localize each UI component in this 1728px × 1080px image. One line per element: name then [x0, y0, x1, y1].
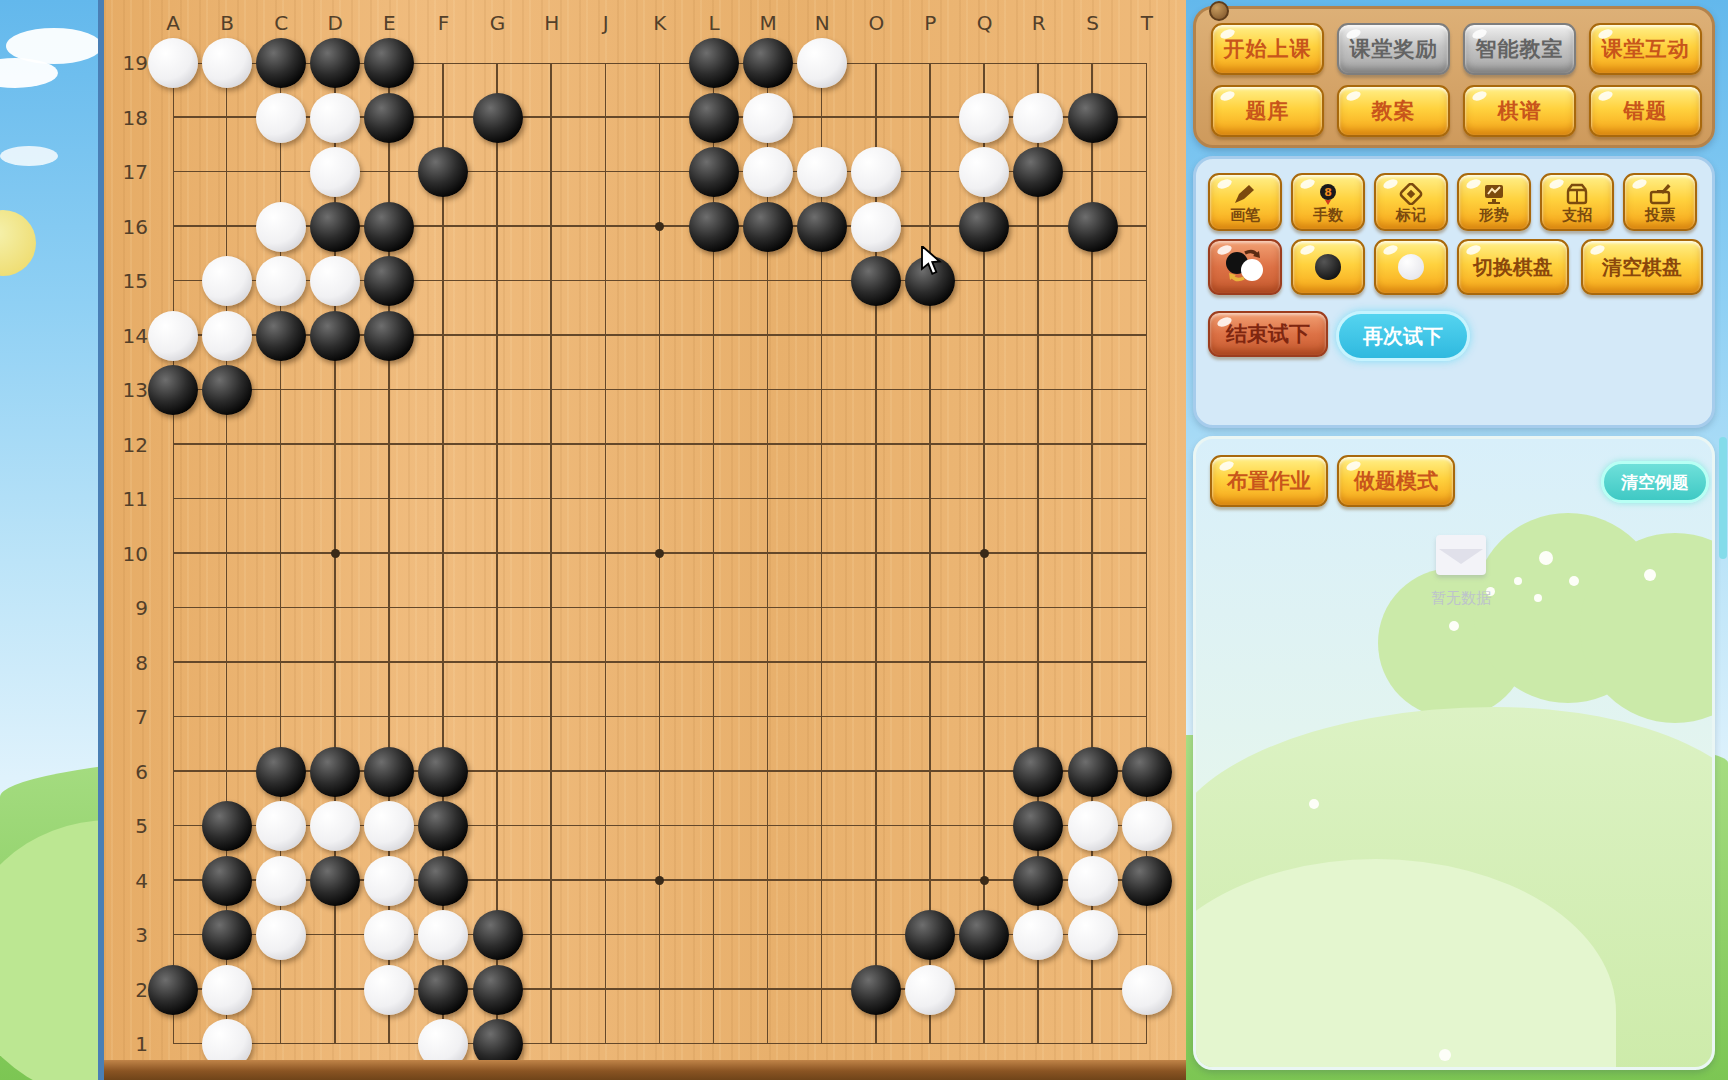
- board-cell-T12[interactable]: [1120, 417, 1174, 472]
- board-cell-J19[interactable]: [579, 36, 633, 91]
- board-cell-N10[interactable]: [795, 526, 849, 581]
- board-cell-N9[interactable]: [795, 581, 849, 636]
- board-cell-A15[interactable]: [146, 254, 200, 309]
- board-cell-E4[interactable]: [362, 853, 416, 908]
- board-cell-P6[interactable]: [903, 744, 957, 799]
- board-cell-J18[interactable]: [579, 90, 633, 145]
- board-cell-T17[interactable]: [1120, 145, 1174, 200]
- board-cell-H6[interactable]: [525, 744, 579, 799]
- board-cell-S3[interactable]: [1066, 908, 1120, 963]
- board-cell-C6[interactable]: [254, 744, 308, 799]
- board-cell-Q3[interactable]: [957, 908, 1011, 963]
- territory-tool-button[interactable]: 形势: [1457, 173, 1531, 231]
- board-cell-F12[interactable]: [416, 417, 470, 472]
- board-cell-M14[interactable]: [741, 308, 795, 363]
- board-cell-B10[interactable]: [200, 526, 254, 581]
- board-cell-T2[interactable]: [1120, 962, 1174, 1017]
- board-cell-Q17[interactable]: [957, 145, 1011, 200]
- board-cell-A13[interactable]: [146, 363, 200, 418]
- board-cell-K18[interactable]: [633, 90, 687, 145]
- board-cell-E6[interactable]: [362, 744, 416, 799]
- board-cell-G7[interactable]: [471, 690, 525, 745]
- board-cell-H16[interactable]: [525, 199, 579, 254]
- board-cell-L6[interactable]: [687, 744, 741, 799]
- brush-tool-button[interactable]: 画笔: [1208, 173, 1282, 231]
- board-cell-O17[interactable]: [849, 145, 903, 200]
- board-cell-M13[interactable]: [741, 363, 795, 418]
- board-cell-B18[interactable]: [200, 90, 254, 145]
- board-cell-H4[interactable]: [525, 853, 579, 908]
- board-cell-O4[interactable]: [849, 853, 903, 908]
- board-cell-E13[interactable]: [362, 363, 416, 418]
- board-cell-N7[interactable]: [795, 690, 849, 745]
- board-cell-M6[interactable]: [741, 744, 795, 799]
- board-cell-D5[interactable]: [308, 799, 362, 854]
- board-cell-E9[interactable]: [362, 581, 416, 636]
- board-cell-S18[interactable]: [1066, 90, 1120, 145]
- board-cell-E14[interactable]: [362, 308, 416, 363]
- board-cell-L16[interactable]: [687, 199, 741, 254]
- board-cell-G10[interactable]: [471, 526, 525, 581]
- board-cell-Q2[interactable]: [957, 962, 1011, 1017]
- board-cell-A18[interactable]: [146, 90, 200, 145]
- board-cell-F11[interactable]: [416, 472, 470, 527]
- board-cell-J2[interactable]: [579, 962, 633, 1017]
- board-cell-D7[interactable]: [308, 690, 362, 745]
- board-cell-R11[interactable]: [1011, 472, 1065, 527]
- board-cell-P13[interactable]: [903, 363, 957, 418]
- board-cell-R19[interactable]: [1011, 36, 1065, 91]
- board-cell-M5[interactable]: [741, 799, 795, 854]
- board-cell-K8[interactable]: [633, 635, 687, 690]
- board-cell-R17[interactable]: [1011, 145, 1065, 200]
- board-cell-H8[interactable]: [525, 635, 579, 690]
- board-cell-H10[interactable]: [525, 526, 579, 581]
- board-cell-P4[interactable]: [903, 853, 957, 908]
- board-cell-G15[interactable]: [471, 254, 525, 309]
- board-cell-T5[interactable]: [1120, 799, 1174, 854]
- board-cell-D17[interactable]: [308, 145, 362, 200]
- board-cell-G8[interactable]: [471, 635, 525, 690]
- board-cell-D2[interactable]: [308, 962, 362, 1017]
- board-cell-O13[interactable]: [849, 363, 903, 418]
- board-cell-G9[interactable]: [471, 581, 525, 636]
- board-cell-R3[interactable]: [1011, 908, 1065, 963]
- board-cell-G6[interactable]: [471, 744, 525, 799]
- board-cell-A17[interactable]: [146, 145, 200, 200]
- board-cell-P2[interactable]: [903, 962, 957, 1017]
- board-cell-M3[interactable]: [741, 908, 795, 963]
- start-class-button[interactable]: 开始上课: [1211, 23, 1324, 75]
- board-cell-P7[interactable]: [903, 690, 957, 745]
- board-cell-F5[interactable]: [416, 799, 470, 854]
- board-cell-S15[interactable]: [1066, 254, 1120, 309]
- board-cell-L18[interactable]: [687, 90, 741, 145]
- board-cell-B2[interactable]: [200, 962, 254, 1017]
- board-cell-J11[interactable]: [579, 472, 633, 527]
- board-cell-S11[interactable]: [1066, 472, 1120, 527]
- board-cell-P14[interactable]: [903, 308, 957, 363]
- board-cell-S19[interactable]: [1066, 36, 1120, 91]
- board-cell-Q6[interactable]: [957, 744, 1011, 799]
- board-cell-O15[interactable]: [849, 254, 903, 309]
- retry-trial-button[interactable]: 再次试下: [1336, 311, 1470, 361]
- board-cell-G3[interactable]: [471, 908, 525, 963]
- board-cell-E2[interactable]: [362, 962, 416, 1017]
- board-cell-S10[interactable]: [1066, 526, 1120, 581]
- board-cell-S7[interactable]: [1066, 690, 1120, 745]
- board-cell-H11[interactable]: [525, 472, 579, 527]
- board-cell-T3[interactable]: [1120, 908, 1174, 963]
- board-cell-B15[interactable]: [200, 254, 254, 309]
- board-cell-L19[interactable]: [687, 36, 741, 91]
- board-cell-O10[interactable]: [849, 526, 903, 581]
- board-cell-P18[interactable]: [903, 90, 957, 145]
- board-cell-Q15[interactable]: [957, 254, 1011, 309]
- board-cell-F10[interactable]: [416, 526, 470, 581]
- board-cell-R9[interactable]: [1011, 581, 1065, 636]
- board-cell-K9[interactable]: [633, 581, 687, 636]
- board-cell-T8[interactable]: [1120, 635, 1174, 690]
- board-cell-F4[interactable]: [416, 853, 470, 908]
- board-cell-J8[interactable]: [579, 635, 633, 690]
- board-cell-M17[interactable]: [741, 145, 795, 200]
- board-cell-L13[interactable]: [687, 363, 741, 418]
- board-cell-F8[interactable]: [416, 635, 470, 690]
- board-cell-R12[interactable]: [1011, 417, 1065, 472]
- board-cell-M19[interactable]: [741, 36, 795, 91]
- board-cell-N6[interactable]: [795, 744, 849, 799]
- board-cell-L2[interactable]: [687, 962, 741, 1017]
- board-cell-D18[interactable]: [308, 90, 362, 145]
- clear-examples-button[interactable]: 清空例题: [1601, 461, 1709, 503]
- board-cell-S5[interactable]: [1066, 799, 1120, 854]
- board-cell-N11[interactable]: [795, 472, 849, 527]
- board-cell-O6[interactable]: [849, 744, 903, 799]
- board-cell-N8[interactable]: [795, 635, 849, 690]
- board-cell-J15[interactable]: [579, 254, 633, 309]
- board-cell-R7[interactable]: [1011, 690, 1065, 745]
- board-cell-D8[interactable]: [308, 635, 362, 690]
- board-cell-F16[interactable]: [416, 199, 470, 254]
- board-cell-O16[interactable]: [849, 199, 903, 254]
- board-cell-C14[interactable]: [254, 308, 308, 363]
- question-bank-button[interactable]: 题库: [1211, 85, 1324, 137]
- board-cell-O9[interactable]: [849, 581, 903, 636]
- board-cell-R10[interactable]: [1011, 526, 1065, 581]
- board-cell-A19[interactable]: [146, 36, 200, 91]
- board-cell-G2[interactable]: [471, 962, 525, 1017]
- board-cell-J12[interactable]: [579, 417, 633, 472]
- board-cell-F19[interactable]: [416, 36, 470, 91]
- board-cell-O2[interactable]: [849, 962, 903, 1017]
- board-cell-N16[interactable]: [795, 199, 849, 254]
- board-cell-E5[interactable]: [362, 799, 416, 854]
- board-cell-K6[interactable]: [633, 744, 687, 799]
- board-cell-K3[interactable]: [633, 908, 687, 963]
- board-cell-E17[interactable]: [362, 145, 416, 200]
- board-cell-D15[interactable]: [308, 254, 362, 309]
- board-cell-H13[interactable]: [525, 363, 579, 418]
- board-cell-D19[interactable]: [308, 36, 362, 91]
- board-cell-B14[interactable]: [200, 308, 254, 363]
- hint-tool-button[interactable]: 支招: [1540, 173, 1614, 231]
- board-cell-J4[interactable]: [579, 853, 633, 908]
- assign-homework-button[interactable]: 布置作业: [1210, 455, 1328, 507]
- board-cell-F18[interactable]: [416, 90, 470, 145]
- board-cell-T9[interactable]: [1120, 581, 1174, 636]
- board-cell-K5[interactable]: [633, 799, 687, 854]
- board-cell-P11[interactable]: [903, 472, 957, 527]
- board-cell-G16[interactable]: [471, 199, 525, 254]
- board-cell-G14[interactable]: [471, 308, 525, 363]
- board-cell-A2[interactable]: [146, 962, 200, 1017]
- board-cell-P9[interactable]: [903, 581, 957, 636]
- board-cell-L3[interactable]: [687, 908, 741, 963]
- board-cell-M2[interactable]: [741, 962, 795, 1017]
- alternate-stones-button[interactable]: [1208, 239, 1282, 295]
- board-cell-G5[interactable]: [471, 799, 525, 854]
- board-cell-T7[interactable]: [1120, 690, 1174, 745]
- board-cell-J17[interactable]: [579, 145, 633, 200]
- board-cell-Q8[interactable]: [957, 635, 1011, 690]
- board-cell-S16[interactable]: [1066, 199, 1120, 254]
- board-cell-B13[interactable]: [200, 363, 254, 418]
- board-cell-C8[interactable]: [254, 635, 308, 690]
- board-cell-Q14[interactable]: [957, 308, 1011, 363]
- board-cell-N18[interactable]: [795, 90, 849, 145]
- board-cell-G4[interactable]: [471, 853, 525, 908]
- board-cell-M16[interactable]: [741, 199, 795, 254]
- board-cell-K10[interactable]: [633, 526, 687, 581]
- board-cell-H19[interactable]: [525, 36, 579, 91]
- board-cell-K2[interactable]: [633, 962, 687, 1017]
- board-cell-J9[interactable]: [579, 581, 633, 636]
- board-cell-A9[interactable]: [146, 581, 200, 636]
- board-cell-S8[interactable]: [1066, 635, 1120, 690]
- board-cell-T19[interactable]: [1120, 36, 1174, 91]
- board-cell-C17[interactable]: [254, 145, 308, 200]
- board-cell-D13[interactable]: [308, 363, 362, 418]
- board-cell-R15[interactable]: [1011, 254, 1065, 309]
- board-cell-P3[interactable]: [903, 908, 957, 963]
- end-trial-button[interactable]: 结束试下: [1208, 311, 1328, 357]
- board-cell-C19[interactable]: [254, 36, 308, 91]
- board-cell-A4[interactable]: [146, 853, 200, 908]
- board-cell-M15[interactable]: [741, 254, 795, 309]
- black-stone-button[interactable]: [1291, 239, 1365, 295]
- board-cell-H2[interactable]: [525, 962, 579, 1017]
- board-cell-G18[interactable]: [471, 90, 525, 145]
- board-cell-B17[interactable]: [200, 145, 254, 200]
- board-cell-N17[interactable]: [795, 145, 849, 200]
- board-cell-C9[interactable]: [254, 581, 308, 636]
- board-cell-G19[interactable]: [471, 36, 525, 91]
- board-cell-F14[interactable]: [416, 308, 470, 363]
- board-cell-D6[interactable]: [308, 744, 362, 799]
- board-cell-T10[interactable]: [1120, 526, 1174, 581]
- board-cell-K15[interactable]: [633, 254, 687, 309]
- board-cell-F9[interactable]: [416, 581, 470, 636]
- board-cell-S2[interactable]: [1066, 962, 1120, 1017]
- board-cell-A14[interactable]: [146, 308, 200, 363]
- game-record-button[interactable]: 棋谱: [1463, 85, 1576, 137]
- board-cell-N19[interactable]: [795, 36, 849, 91]
- board-cell-L14[interactable]: [687, 308, 741, 363]
- board-cell-L8[interactable]: [687, 635, 741, 690]
- board-cell-R6[interactable]: [1011, 744, 1065, 799]
- board-cell-F3[interactable]: [416, 908, 470, 963]
- white-stone-button[interactable]: [1374, 239, 1448, 295]
- board-cell-R16[interactable]: [1011, 199, 1065, 254]
- board-cell-O5[interactable]: [849, 799, 903, 854]
- board-cell-N4[interactable]: [795, 853, 849, 908]
- board-cell-E8[interactable]: [362, 635, 416, 690]
- board-cell-R4[interactable]: [1011, 853, 1065, 908]
- board-cell-B19[interactable]: [200, 36, 254, 91]
- board-cell-E10[interactable]: [362, 526, 416, 581]
- class-reward-button[interactable]: 课堂奖励: [1337, 23, 1450, 75]
- board-cell-R13[interactable]: [1011, 363, 1065, 418]
- board-cell-C18[interactable]: [254, 90, 308, 145]
- board-cell-L5[interactable]: [687, 799, 741, 854]
- board-cell-M7[interactable]: [741, 690, 795, 745]
- board-cell-G11[interactable]: [471, 472, 525, 527]
- board-cell-F6[interactable]: [416, 744, 470, 799]
- board-cell-B11[interactable]: [200, 472, 254, 527]
- board-cell-H3[interactable]: [525, 908, 579, 963]
- wrong-answers-button[interactable]: 错题: [1589, 85, 1702, 137]
- board-cell-C3[interactable]: [254, 908, 308, 963]
- board-cell-Q13[interactable]: [957, 363, 1011, 418]
- board-cell-H18[interactable]: [525, 90, 579, 145]
- board-cell-F2[interactable]: [416, 962, 470, 1017]
- board-cell-M11[interactable]: [741, 472, 795, 527]
- board-cell-T13[interactable]: [1120, 363, 1174, 418]
- board-cell-B12[interactable]: [200, 417, 254, 472]
- board-cell-N13[interactable]: [795, 363, 849, 418]
- board-cell-K7[interactable]: [633, 690, 687, 745]
- board-cell-P12[interactable]: [903, 417, 957, 472]
- board-cell-B9[interactable]: [200, 581, 254, 636]
- board-cell-M18[interactable]: [741, 90, 795, 145]
- board-cell-N14[interactable]: [795, 308, 849, 363]
- board-cell-J16[interactable]: [579, 199, 633, 254]
- board-cell-R8[interactable]: [1011, 635, 1065, 690]
- board-cell-B16[interactable]: [200, 199, 254, 254]
- board-cell-P19[interactable]: [903, 36, 957, 91]
- board-cell-O7[interactable]: [849, 690, 903, 745]
- board-cell-F15[interactable]: [416, 254, 470, 309]
- board-cell-D3[interactable]: [308, 908, 362, 963]
- board-cell-O19[interactable]: [849, 36, 903, 91]
- board-cell-B4[interactable]: [200, 853, 254, 908]
- board-cell-R2[interactable]: [1011, 962, 1065, 1017]
- board-cell-Q18[interactable]: [957, 90, 1011, 145]
- board-cell-M4[interactable]: [741, 853, 795, 908]
- board-cell-J13[interactable]: [579, 363, 633, 418]
- board-cell-B3[interactable]: [200, 908, 254, 963]
- board-cell-T4[interactable]: [1120, 853, 1174, 908]
- board-cell-M10[interactable]: [741, 526, 795, 581]
- board-cell-L12[interactable]: [687, 417, 741, 472]
- board-cell-Q12[interactable]: [957, 417, 1011, 472]
- board-cell-K11[interactable]: [633, 472, 687, 527]
- board-cell-Q16[interactable]: [957, 199, 1011, 254]
- board-cell-R18[interactable]: [1011, 90, 1065, 145]
- board-cell-P17[interactable]: [903, 145, 957, 200]
- board-cell-L9[interactable]: [687, 581, 741, 636]
- board-cell-A8[interactable]: [146, 635, 200, 690]
- board-cell-J10[interactable]: [579, 526, 633, 581]
- board-cell-K4[interactable]: [633, 853, 687, 908]
- board-cell-C13[interactable]: [254, 363, 308, 418]
- board-cell-T6[interactable]: [1120, 744, 1174, 799]
- board-cell-A5[interactable]: [146, 799, 200, 854]
- panel-scrollbar[interactable]: [1719, 437, 1727, 559]
- board-cell-E15[interactable]: [362, 254, 416, 309]
- board-cell-E16[interactable]: [362, 199, 416, 254]
- board-cell-A3[interactable]: [146, 908, 200, 963]
- board-cell-J3[interactable]: [579, 908, 633, 963]
- board-cell-M8[interactable]: [741, 635, 795, 690]
- board-cell-O14[interactable]: [849, 308, 903, 363]
- board-cell-D4[interactable]: [308, 853, 362, 908]
- board-cell-J7[interactable]: [579, 690, 633, 745]
- board-cell-Q4[interactable]: [957, 853, 1011, 908]
- vote-tool-button[interactable]: 投票: [1623, 173, 1697, 231]
- board-cell-H17[interactable]: [525, 145, 579, 200]
- board-cell-H5[interactable]: [525, 799, 579, 854]
- board-cell-E19[interactable]: [362, 36, 416, 91]
- board-cell-K12[interactable]: [633, 417, 687, 472]
- board-cell-T15[interactable]: [1120, 254, 1174, 309]
- mark-tool-button[interactable]: 标记: [1374, 173, 1448, 231]
- board-cell-S14[interactable]: [1066, 308, 1120, 363]
- board-cell-A11[interactable]: [146, 472, 200, 527]
- board-cell-B8[interactable]: [200, 635, 254, 690]
- board-cell-C11[interactable]: [254, 472, 308, 527]
- board-cell-Q5[interactable]: [957, 799, 1011, 854]
- board-cell-A12[interactable]: [146, 417, 200, 472]
- board-cell-C12[interactable]: [254, 417, 308, 472]
- board-cell-L11[interactable]: [687, 472, 741, 527]
- board-cell-O18[interactable]: [849, 90, 903, 145]
- board-cell-P10[interactable]: [903, 526, 957, 581]
- board-cell-F13[interactable]: [416, 363, 470, 418]
- board-cell-H14[interactable]: [525, 308, 579, 363]
- board-cell-A10[interactable]: [146, 526, 200, 581]
- board-cell-K14[interactable]: [633, 308, 687, 363]
- board-cell-J6[interactable]: [579, 744, 633, 799]
- board-cell-L4[interactable]: [687, 853, 741, 908]
- move-number-tool-button[interactable]: 8 手数: [1291, 173, 1365, 231]
- board-cell-T16[interactable]: [1120, 199, 1174, 254]
- board-cell-T14[interactable]: [1120, 308, 1174, 363]
- board-cell-C5[interactable]: [254, 799, 308, 854]
- board-cell-F17[interactable]: [416, 145, 470, 200]
- board-cell-O11[interactable]: [849, 472, 903, 527]
- board-cell-S4[interactable]: [1066, 853, 1120, 908]
- board-cell-D16[interactable]: [308, 199, 362, 254]
- board-cell-C15[interactable]: [254, 254, 308, 309]
- board-cell-N15[interactable]: [795, 254, 849, 309]
- board-cell-F7[interactable]: [416, 690, 470, 745]
- board-cell-J5[interactable]: [579, 799, 633, 854]
- board-cell-S12[interactable]: [1066, 417, 1120, 472]
- board-cell-C4[interactable]: [254, 853, 308, 908]
- board-cell-K17[interactable]: [633, 145, 687, 200]
